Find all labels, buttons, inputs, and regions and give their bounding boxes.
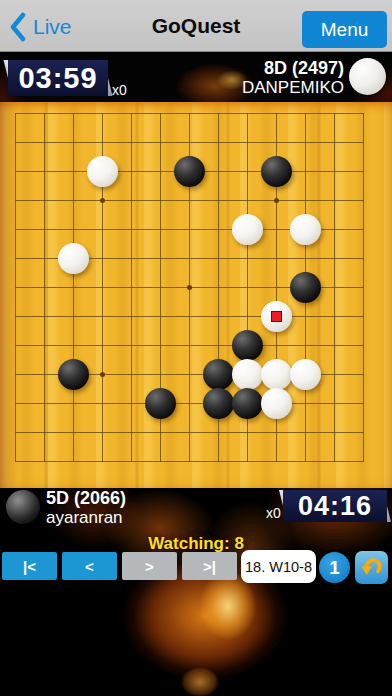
board-intersection[interactable]	[262, 244, 291, 273]
board-intersection[interactable]	[320, 389, 349, 418]
board-intersection[interactable]	[59, 389, 88, 418]
board-intersection[interactable]	[291, 128, 320, 157]
board-intersection[interactable]	[262, 302, 291, 331]
black-extra-periods: x0	[266, 505, 281, 521]
board-intersection[interactable]	[1, 186, 30, 215]
board-intersection[interactable]	[146, 157, 175, 186]
board-intersection[interactable]	[88, 273, 117, 302]
board-intersection[interactable]	[204, 302, 233, 331]
board-intersection[interactable]	[117, 128, 146, 157]
board-intersection[interactable]	[117, 331, 146, 360]
board-intersection[interactable]	[117, 447, 146, 476]
board-intersection[interactable]	[320, 99, 349, 128]
board-intersection[interactable]	[349, 273, 378, 302]
black-stone	[232, 330, 263, 361]
black-stone	[232, 388, 263, 419]
board-intersection[interactable]	[291, 447, 320, 476]
board-intersection[interactable]	[233, 244, 262, 273]
board-intersection[interactable]	[146, 186, 175, 215]
board-intersection[interactable]	[30, 157, 59, 186]
move-display: 18. W10-8	[241, 550, 316, 583]
white-stone	[290, 214, 321, 245]
board-intersection[interactable]	[262, 273, 291, 302]
board-intersection[interactable]	[146, 389, 175, 418]
board-intersection[interactable]	[30, 447, 59, 476]
board-intersection[interactable]	[1, 447, 30, 476]
white-stone	[58, 243, 89, 274]
board-intersection[interactable]	[233, 360, 262, 389]
board-intersection[interactable]	[117, 389, 146, 418]
board-intersection[interactable]	[30, 186, 59, 215]
board-intersection[interactable]	[59, 302, 88, 331]
board-intersection[interactable]	[262, 215, 291, 244]
board-intersection[interactable]	[320, 186, 349, 215]
board-intersection[interactable]	[233, 331, 262, 360]
board-intersection[interactable]	[320, 302, 349, 331]
board-intersection[interactable]	[30, 302, 59, 331]
board-intersection[interactable]	[291, 360, 320, 389]
board-intersection[interactable]	[146, 273, 175, 302]
board-intersection[interactable]	[320, 447, 349, 476]
board-intersection[interactable]	[88, 157, 117, 186]
flame-background	[0, 592, 392, 696]
board-intersection[interactable]	[88, 389, 117, 418]
board-intersection[interactable]	[320, 215, 349, 244]
black-stone	[203, 388, 234, 419]
board-intersection[interactable]	[204, 215, 233, 244]
board-intersection[interactable]	[88, 360, 117, 389]
board-intersection[interactable]	[349, 244, 378, 273]
board-intersection[interactable]	[1, 215, 30, 244]
board-intersection[interactable]	[233, 273, 262, 302]
board-intersection[interactable]	[146, 99, 175, 128]
white-stone	[232, 214, 263, 245]
board-intersection[interactable]	[291, 157, 320, 186]
board-intersection[interactable]	[30, 99, 59, 128]
board-intersection[interactable]	[1, 389, 30, 418]
board-intersection[interactable]	[88, 302, 117, 331]
board-intersection[interactable]	[291, 244, 320, 273]
board-intersection[interactable]	[30, 360, 59, 389]
black-player-name: ayaranran	[46, 508, 126, 527]
white-stone	[261, 359, 292, 390]
board-intersection[interactable]	[1, 157, 30, 186]
last-move-marker	[271, 311, 282, 322]
white-player-name: DANPEMIKO	[242, 78, 344, 97]
board-intersection[interactable]	[291, 186, 320, 215]
board-intersection[interactable]	[146, 128, 175, 157]
black-stone	[174, 156, 205, 187]
board-intersection[interactable]	[320, 331, 349, 360]
board-intersection[interactable]	[349, 215, 378, 244]
black-player-info: 5D (2066) ayaranran	[46, 489, 126, 527]
board-intersection[interactable]	[1, 302, 30, 331]
board-intersection[interactable]	[233, 447, 262, 476]
board-intersection[interactable]	[1, 418, 30, 447]
board-intersection[interactable]	[175, 389, 204, 418]
board-intersection[interactable]	[59, 360, 88, 389]
black-stone	[58, 359, 89, 390]
white-stone	[261, 388, 292, 419]
black-stone-avatar	[6, 490, 40, 524]
board-intersection[interactable]	[349, 389, 378, 418]
board-intersection[interactable]	[204, 244, 233, 273]
board-intersection[interactable]	[349, 360, 378, 389]
board-intersection[interactable]	[349, 418, 378, 447]
board-intersection[interactable]	[204, 186, 233, 215]
board-intersection[interactable]	[1, 128, 30, 157]
move-controls: |< < > >| 18. W10-8 1	[0, 550, 392, 586]
black-player-clock: 04:16	[283, 490, 387, 522]
board-intersection[interactable]	[175, 157, 204, 186]
board-intersection[interactable]	[117, 418, 146, 447]
board-intersection[interactable]	[233, 215, 262, 244]
board-intersection[interactable]	[88, 447, 117, 476]
board-intersection[interactable]	[117, 273, 146, 302]
white-clock-time: 03:59	[8, 60, 108, 96]
board-intersection[interactable]	[59, 244, 88, 273]
board-intersection[interactable]	[30, 273, 59, 302]
black-stone	[203, 359, 234, 390]
board-intersection[interactable]	[320, 157, 349, 186]
board-intersection[interactable]	[59, 273, 88, 302]
board-intersection[interactable]	[349, 331, 378, 360]
board-intersection[interactable]	[175, 273, 204, 302]
board-intersection[interactable]	[175, 215, 204, 244]
board-intersection[interactable]	[59, 157, 88, 186]
board-intersection[interactable]	[204, 360, 233, 389]
board-intersection[interactable]	[88, 99, 117, 128]
bottom-panel: 5D (2066) ayaranran x0 04:16 Watching: 8…	[0, 488, 392, 696]
white-player-info: 8D (2497) DANPEMIKO	[242, 59, 344, 97]
goquest-screen: Live GoQuest Menu 03:59 x0 8D (2497) DAN…	[0, 0, 392, 696]
board-intersection[interactable]	[175, 244, 204, 273]
board-intersection[interactable]	[262, 331, 291, 360]
board-intersection[interactable]	[175, 99, 204, 128]
board-intersection[interactable]	[291, 418, 320, 447]
board-intersection[interactable]	[88, 418, 117, 447]
board-intersection[interactable]	[1, 244, 30, 273]
board-intersection[interactable]	[30, 418, 59, 447]
undo-icon	[360, 556, 384, 580]
first-move-button[interactable]: |<	[2, 552, 57, 580]
board-intersection[interactable]	[233, 302, 262, 331]
board-intersection[interactable]	[320, 244, 349, 273]
board-intersection[interactable]	[204, 389, 233, 418]
board-intersection[interactable]	[117, 244, 146, 273]
board-intersection[interactable]	[320, 128, 349, 157]
board-intersection[interactable]	[146, 215, 175, 244]
board-intersection[interactable]	[204, 128, 233, 157]
board-intersection[interactable]	[262, 418, 291, 447]
board-intersection[interactable]	[291, 99, 320, 128]
board-intersection[interactable]	[59, 447, 88, 476]
board-intersection[interactable]	[291, 302, 320, 331]
board-intersection[interactable]	[349, 157, 378, 186]
board-intersection[interactable]	[349, 99, 378, 128]
board-intersection[interactable]	[59, 418, 88, 447]
board-intersection[interactable]	[349, 186, 378, 215]
stones-layer	[1, 99, 378, 476]
board-intersection[interactable]	[291, 331, 320, 360]
board-intersection[interactable]	[233, 128, 262, 157]
board-intersection[interactable]	[262, 99, 291, 128]
board-intersection[interactable]	[349, 128, 378, 157]
board-intersection[interactable]	[320, 360, 349, 389]
board-intersection[interactable]	[146, 302, 175, 331]
board-intersection[interactable]	[117, 99, 146, 128]
white-stone	[290, 359, 321, 390]
board-intersection[interactable]	[262, 360, 291, 389]
board-intersection[interactable]	[233, 157, 262, 186]
board-intersection[interactable]	[30, 389, 59, 418]
board-intersection[interactable]	[59, 331, 88, 360]
board-intersection[interactable]	[262, 447, 291, 476]
white-stone	[261, 301, 292, 332]
board-intersection[interactable]	[291, 273, 320, 302]
board-intersection[interactable]	[233, 99, 262, 128]
board-intersection[interactable]	[88, 128, 117, 157]
white-stone	[87, 156, 118, 187]
board-intersection[interactable]	[59, 215, 88, 244]
board-intersection[interactable]	[320, 273, 349, 302]
black-stone	[261, 156, 292, 187]
board-intersection[interactable]	[146, 331, 175, 360]
black-clock-time: 04:16	[283, 490, 387, 522]
board-intersection[interactable]	[59, 128, 88, 157]
black-player-rank: 5D (2066)	[46, 489, 126, 508]
board-intersection[interactable]	[59, 186, 88, 215]
board-intersection[interactable]	[146, 360, 175, 389]
board-intersection[interactable]	[262, 389, 291, 418]
board-intersection[interactable]	[30, 215, 59, 244]
board-intersection[interactable]	[262, 186, 291, 215]
board-intersection[interactable]	[175, 447, 204, 476]
board-intersection[interactable]	[30, 128, 59, 157]
board-intersection[interactable]	[1, 360, 30, 389]
white-player-bar: 03:59 x0 8D (2497) DANPEMIKO	[0, 52, 392, 102]
board-intersection[interactable]	[1, 273, 30, 302]
board-intersection[interactable]	[175, 128, 204, 157]
white-stone	[232, 359, 263, 390]
board-number-badge[interactable]: 1	[319, 552, 350, 583]
board-intersection[interactable]	[233, 186, 262, 215]
board-intersection[interactable]	[1, 331, 30, 360]
board-intersection[interactable]	[349, 447, 378, 476]
board-intersection[interactable]	[204, 418, 233, 447]
board-intersection[interactable]	[204, 99, 233, 128]
board-intersection[interactable]	[204, 331, 233, 360]
board-intersection[interactable]	[175, 331, 204, 360]
board-intersection[interactable]	[204, 447, 233, 476]
board-intersection[interactable]	[59, 99, 88, 128]
next-move-button[interactable]: >	[122, 552, 177, 580]
board-intersection[interactable]	[30, 244, 59, 273]
board-intersection[interactable]	[88, 331, 117, 360]
board-intersection[interactable]	[117, 360, 146, 389]
board-intersection[interactable]	[146, 447, 175, 476]
board-intersection[interactable]	[291, 215, 320, 244]
white-player-rank: 8D (2497)	[242, 59, 344, 78]
board-intersection[interactable]	[233, 418, 262, 447]
menu-button[interactable]: Menu	[302, 11, 387, 48]
board-intersection[interactable]	[262, 128, 291, 157]
board-intersection[interactable]	[291, 389, 320, 418]
last-move-button[interactable]: >|	[182, 552, 237, 580]
board-intersection[interactable]	[175, 418, 204, 447]
navbar: Live GoQuest Menu	[0, 0, 392, 52]
board-intersection[interactable]	[117, 186, 146, 215]
go-board[interactable]	[0, 102, 392, 488]
board-intersection[interactable]	[204, 157, 233, 186]
white-player-clock: 03:59	[8, 60, 108, 96]
board-intersection[interactable]	[88, 244, 117, 273]
board-intersection[interactable]	[175, 302, 204, 331]
board-intersection[interactable]	[117, 302, 146, 331]
board-intersection[interactable]	[117, 157, 146, 186]
board-intersection[interactable]	[175, 360, 204, 389]
board-intersection[interactable]	[349, 302, 378, 331]
board-intersection[interactable]	[262, 157, 291, 186]
board-intersection[interactable]	[1, 99, 30, 128]
black-stone	[145, 388, 176, 419]
white-extra-periods: x0	[112, 82, 127, 98]
board-intersection[interactable]	[175, 186, 204, 215]
board-intersection[interactable]	[146, 244, 175, 273]
board-intersection[interactable]	[146, 418, 175, 447]
board-intersection[interactable]	[233, 389, 262, 418]
prev-move-button[interactable]: <	[62, 552, 117, 580]
board-intersection[interactable]	[88, 215, 117, 244]
board-intersection[interactable]	[320, 418, 349, 447]
white-stone-avatar	[349, 58, 386, 95]
board-intersection[interactable]	[204, 273, 233, 302]
undo-button[interactable]	[355, 551, 388, 584]
board-intersection[interactable]	[88, 186, 117, 215]
board-intersection[interactable]	[117, 215, 146, 244]
black-stone	[290, 272, 321, 303]
board-intersection[interactable]	[30, 331, 59, 360]
